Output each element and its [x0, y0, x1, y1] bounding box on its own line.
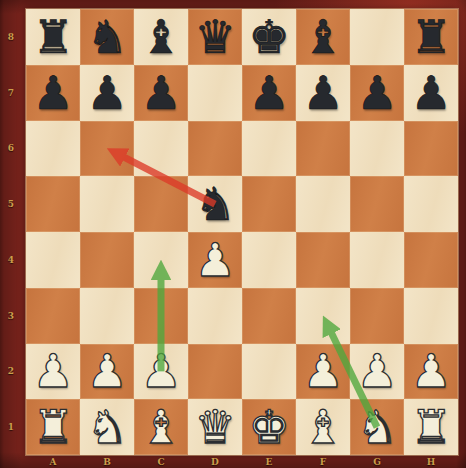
square-c4[interactable]: [134, 232, 188, 288]
piece-white-king[interactable]: ♚: [248, 404, 289, 450]
file-label-e: E: [242, 455, 296, 468]
rank-label-3: 3: [0, 311, 22, 321]
square-c3[interactable]: [134, 288, 188, 344]
square-h2[interactable]: ♟: [404, 344, 458, 400]
file-label-g: G: [350, 455, 404, 468]
square-c1[interactable]: ♝: [134, 399, 188, 455]
piece-black-bishop[interactable]: ♝: [140, 14, 181, 60]
piece-black-pawn[interactable]: ♟: [410, 70, 451, 116]
piece-white-pawn[interactable]: ♟: [356, 348, 397, 394]
chess-board: ♜♞♝♛♚♝♜♟♟♟♟♟♟♟♞♟♟♟♟♟♟♟♜♞♝♛♚♝♞♜: [26, 9, 458, 455]
rank-label-5: 5: [0, 199, 22, 209]
square-a8[interactable]: ♜: [26, 9, 80, 65]
square-h6[interactable]: [404, 121, 458, 177]
square-f3[interactable]: [296, 288, 350, 344]
piece-black-pawn[interactable]: ♟: [32, 70, 73, 116]
piece-black-bishop[interactable]: ♝: [302, 14, 343, 60]
square-c2[interactable]: ♟: [134, 344, 188, 400]
square-d4[interactable]: ♟: [188, 232, 242, 288]
piece-white-pawn[interactable]: ♟: [86, 348, 127, 394]
piece-black-king[interactable]: ♚: [248, 14, 289, 60]
square-c6[interactable]: [134, 121, 188, 177]
piece-white-pawn[interactable]: ♟: [140, 348, 181, 394]
piece-black-queen[interactable]: ♛: [194, 14, 235, 60]
square-a7[interactable]: ♟: [26, 65, 80, 121]
square-a1[interactable]: ♜: [26, 399, 80, 455]
piece-white-pawn[interactable]: ♟: [410, 348, 451, 394]
piece-black-rook[interactable]: ♜: [410, 14, 451, 60]
piece-black-pawn[interactable]: ♟: [86, 70, 127, 116]
square-d8[interactable]: ♛: [188, 9, 242, 65]
square-f7[interactable]: ♟: [296, 65, 350, 121]
piece-white-rook[interactable]: ♜: [410, 404, 451, 450]
square-b3[interactable]: [80, 288, 134, 344]
square-b4[interactable]: [80, 232, 134, 288]
square-b5[interactable]: [80, 176, 134, 232]
square-g5[interactable]: [350, 176, 404, 232]
square-e3[interactable]: [242, 288, 296, 344]
square-g7[interactable]: ♟: [350, 65, 404, 121]
piece-white-queen[interactable]: ♛: [194, 404, 235, 450]
square-h5[interactable]: [404, 176, 458, 232]
square-c8[interactable]: ♝: [134, 9, 188, 65]
file-labels: ABCDEFGH: [26, 455, 458, 468]
rank-labels: 87654321: [0, 9, 26, 455]
piece-white-pawn[interactable]: ♟: [194, 237, 235, 283]
piece-white-rook[interactable]: ♜: [32, 404, 73, 450]
piece-white-knight[interactable]: ♞: [356, 404, 397, 450]
piece-white-bishop[interactable]: ♝: [302, 404, 343, 450]
square-d2[interactable]: [188, 344, 242, 400]
rank-label-4: 4: [0, 255, 22, 265]
square-g6[interactable]: [350, 121, 404, 177]
file-label-a: A: [26, 455, 80, 468]
piece-white-knight[interactable]: ♞: [86, 404, 127, 450]
file-label-d: D: [188, 455, 242, 468]
square-f4[interactable]: [296, 232, 350, 288]
square-b6[interactable]: [80, 121, 134, 177]
square-d6[interactable]: [188, 121, 242, 177]
square-e6[interactable]: [242, 121, 296, 177]
square-g4[interactable]: [350, 232, 404, 288]
square-a5[interactable]: [26, 176, 80, 232]
piece-black-knight[interactable]: ♞: [86, 14, 127, 60]
square-f2[interactable]: ♟: [296, 344, 350, 400]
square-e8[interactable]: ♚: [242, 9, 296, 65]
square-c7[interactable]: ♟: [134, 65, 188, 121]
square-e2[interactable]: [242, 344, 296, 400]
square-e1[interactable]: ♚: [242, 399, 296, 455]
square-b8[interactable]: ♞: [80, 9, 134, 65]
square-g1[interactable]: ♞: [350, 399, 404, 455]
square-a3[interactable]: [26, 288, 80, 344]
rank-label-8: 8: [0, 32, 22, 42]
square-h8[interactable]: ♜: [404, 9, 458, 65]
square-a6[interactable]: [26, 121, 80, 177]
square-f6[interactable]: [296, 121, 350, 177]
file-label-f: F: [296, 455, 350, 468]
file-label-c: C: [134, 455, 188, 468]
piece-black-pawn[interactable]: ♟: [356, 70, 397, 116]
square-b2[interactable]: ♟: [80, 344, 134, 400]
square-c5[interactable]: [134, 176, 188, 232]
piece-white-pawn[interactable]: ♟: [302, 348, 343, 394]
square-h7[interactable]: ♟: [404, 65, 458, 121]
square-h3[interactable]: [404, 288, 458, 344]
square-d3[interactable]: [188, 288, 242, 344]
square-d1[interactable]: ♛: [188, 399, 242, 455]
square-b1[interactable]: ♞: [80, 399, 134, 455]
piece-black-pawn[interactable]: ♟: [302, 70, 343, 116]
piece-black-knight[interactable]: ♞: [194, 181, 235, 227]
square-g2[interactable]: ♟: [350, 344, 404, 400]
square-e7[interactable]: ♟: [242, 65, 296, 121]
square-a2[interactable]: ♟: [26, 344, 80, 400]
chess-board-frame: ♜♞♝♛♚♝♜♟♟♟♟♟♟♟♞♟♟♟♟♟♟♟♜♞♝♛♚♝♞♜ 87654321 …: [0, 0, 466, 468]
square-f8[interactable]: ♝: [296, 9, 350, 65]
piece-black-pawn[interactable]: ♟: [248, 70, 289, 116]
square-f5[interactable]: [296, 176, 350, 232]
rank-label-1: 1: [0, 422, 22, 432]
square-e5[interactable]: [242, 176, 296, 232]
file-label-b: B: [80, 455, 134, 468]
piece-black-pawn[interactable]: ♟: [140, 70, 181, 116]
rank-label-7: 7: [0, 88, 22, 98]
square-a4[interactable]: [26, 232, 80, 288]
piece-black-rook[interactable]: ♜: [32, 14, 73, 60]
piece-white-bishop[interactable]: ♝: [140, 404, 181, 450]
file-label-h: H: [404, 455, 458, 468]
square-d5[interactable]: ♞: [188, 176, 242, 232]
rank-label-6: 6: [0, 143, 22, 153]
square-b7[interactable]: ♟: [80, 65, 134, 121]
square-g3[interactable]: [350, 288, 404, 344]
square-e4[interactable]: [242, 232, 296, 288]
square-d7[interactable]: [188, 65, 242, 121]
piece-white-pawn[interactable]: ♟: [32, 348, 73, 394]
square-f1[interactable]: ♝: [296, 399, 350, 455]
rank-label-2: 2: [0, 366, 22, 376]
square-g8[interactable]: [350, 9, 404, 65]
square-h4[interactable]: [404, 232, 458, 288]
square-h1[interactable]: ♜: [404, 399, 458, 455]
